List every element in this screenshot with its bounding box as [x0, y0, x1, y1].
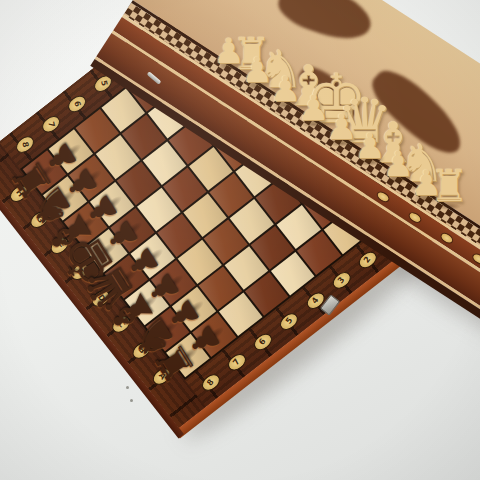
coordinate-label-text: 5: [99, 80, 108, 87]
coordinate-label-text: 6: [258, 337, 268, 346]
coordinate-label-text: 8: [20, 141, 29, 148]
coordinate-label-text: 7: [232, 358, 242, 367]
coordinate-label-text: 2: [363, 255, 373, 264]
pawn-glyph: ♟: [411, 166, 442, 201]
pawn-glyph: ♟: [382, 147, 413, 182]
photo-scene: 88H77G66F55E44D33C22B11A♜♞♝♚♛♝♞♜♟♟♟♟♟♟♟♟…: [0, 0, 480, 480]
coordinate-label-text: 7: [46, 121, 55, 128]
coordinate-label-text: 5: [284, 317, 294, 326]
coordinate-label-text: 8: [206, 378, 216, 387]
marquetry-blob: [476, 109, 480, 211]
pawn-glyph: ♟: [298, 91, 329, 126]
coordinate-label-text: 3: [337, 276, 347, 285]
pawn-glyph: ♟: [270, 72, 301, 107]
dust-speck: [126, 386, 129, 389]
coordinate-label-text: 6: [73, 100, 82, 107]
pawn-glyph: ♟: [354, 129, 385, 164]
coordinate-label-text: 4: [311, 296, 321, 305]
pawn-glyph: ♟: [241, 53, 272, 88]
pawn-glyph: ♟: [326, 110, 357, 145]
pawn-glyph: ♟: [213, 34, 244, 69]
dust-speck: [130, 399, 133, 402]
